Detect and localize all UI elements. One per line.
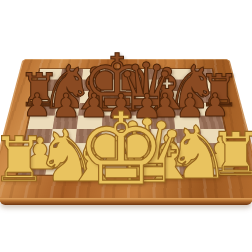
piece-white-rook-a1: ♜ — [0, 129, 47, 191]
piece-white-king-d1: ♚ — [76, 100, 166, 200]
chess-set-product-photo: ♜♜♞♞♝♝♚♛♟♟♟♟♟♟♟♟♟♟♟♟♟♟♟♟♜♞♝♞♜♝♛♚ — [0, 0, 252, 252]
pieces-layer: ♜♜♞♞♝♝♚♛♟♟♟♟♟♟♟♟♟♟♟♟♟♟♟♟♜♞♝♞♜♝♛♚ — [0, 0, 252, 252]
